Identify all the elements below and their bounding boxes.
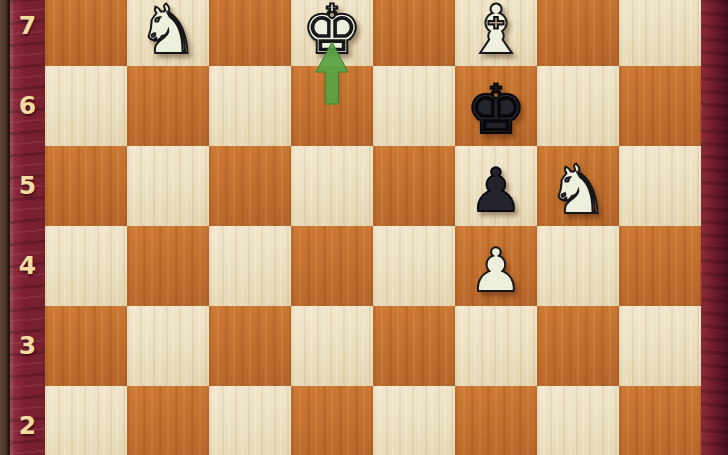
square-f5[interactable]: ♟ — [455, 146, 537, 226]
square-h7[interactable] — [619, 0, 701, 66]
square-e3[interactable] — [373, 306, 455, 386]
square-f7[interactable]: ♝ — [455, 0, 537, 66]
rank-label-6: 6 — [10, 91, 45, 121]
square-b6[interactable] — [127, 66, 209, 146]
square-e7[interactable] — [373, 0, 455, 66]
rank-label-2: 2 — [10, 411, 45, 441]
chess-board-app: 765432 ♞♚♝♚♟♞♟ — [0, 0, 728, 455]
square-a6[interactable] — [45, 66, 127, 146]
square-b7[interactable]: ♞ — [127, 0, 209, 66]
square-e2[interactable] — [373, 386, 455, 455]
square-e5[interactable] — [373, 146, 455, 226]
square-f6[interactable]: ♚ — [455, 66, 537, 146]
square-d2[interactable] — [291, 386, 373, 455]
square-a4[interactable] — [45, 226, 127, 306]
square-g2[interactable] — [537, 386, 619, 455]
square-g6[interactable] — [537, 66, 619, 146]
frame-right-border — [701, 0, 728, 455]
square-b2[interactable] — [127, 386, 209, 455]
square-e4[interactable] — [373, 226, 455, 306]
square-d6[interactable] — [291, 66, 373, 146]
square-h2[interactable] — [619, 386, 701, 455]
frame-left-border: 765432 — [10, 0, 45, 455]
square-c4[interactable] — [209, 226, 291, 306]
white-knight[interactable]: ♞ — [138, 0, 199, 70]
square-f4[interactable]: ♟ — [455, 226, 537, 306]
rank-label-5: 5 — [10, 171, 45, 201]
black-pawn[interactable]: ♟ — [469, 150, 523, 230]
rank-label-7: 7 — [10, 11, 45, 41]
square-c5[interactable] — [209, 146, 291, 226]
square-a3[interactable] — [45, 306, 127, 386]
square-c3[interactable] — [209, 306, 291, 386]
square-a5[interactable] — [45, 146, 127, 226]
rank-label-3: 3 — [10, 331, 45, 361]
white-bishop[interactable]: ♝ — [466, 0, 527, 70]
square-h5[interactable] — [619, 146, 701, 226]
square-a7[interactable] — [45, 0, 127, 66]
square-d5[interactable] — [291, 146, 373, 226]
square-f2[interactable] — [455, 386, 537, 455]
square-h6[interactable] — [619, 66, 701, 146]
frame-left-strip — [0, 0, 10, 455]
square-f3[interactable] — [455, 306, 537, 386]
square-h3[interactable] — [619, 306, 701, 386]
white-knight[interactable]: ♞ — [548, 150, 609, 230]
square-g4[interactable] — [537, 226, 619, 306]
square-c7[interactable] — [209, 0, 291, 66]
square-g5[interactable]: ♞ — [537, 146, 619, 226]
square-e6[interactable] — [373, 66, 455, 146]
chess-board: ♞♚♝♚♟♞♟ — [45, 0, 701, 455]
square-g3[interactable] — [537, 306, 619, 386]
square-d3[interactable] — [291, 306, 373, 386]
square-c6[interactable] — [209, 66, 291, 146]
square-g7[interactable] — [537, 0, 619, 66]
white-pawn[interactable]: ♟ — [469, 230, 523, 310]
square-d7[interactable]: ♚ — [291, 0, 373, 66]
black-king[interactable]: ♚ — [466, 70, 527, 150]
white-king[interactable]: ♚ — [302, 0, 363, 70]
square-b4[interactable] — [127, 226, 209, 306]
square-a2[interactable] — [45, 386, 127, 455]
square-d4[interactable] — [291, 226, 373, 306]
square-c2[interactable] — [209, 386, 291, 455]
square-b3[interactable] — [127, 306, 209, 386]
rank-label-4: 4 — [10, 251, 45, 281]
square-b5[interactable] — [127, 146, 209, 226]
square-h4[interactable] — [619, 226, 701, 306]
